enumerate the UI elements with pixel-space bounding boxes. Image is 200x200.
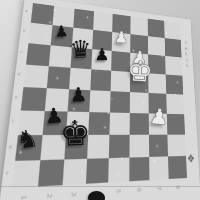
square-h3[interactable]: [63, 159, 88, 185]
square-g7[interactable]: [149, 135, 168, 157]
left-label-c: c: [20, 51, 23, 55]
square-b7[interactable]: [148, 36, 165, 56]
black-pawn-b2[interactable]: ♟: [54, 24, 69, 40]
white-pawn-b5[interactable]: ♟: [114, 30, 128, 46]
square-g6[interactable]: [129, 135, 149, 158]
black-queen-c3[interactable]: ♛: [70, 37, 93, 62]
bottom-label-6: 6: [137, 188, 142, 192]
square-g5[interactable]: [109, 135, 130, 158]
white-king-d6[interactable]: ♚: [127, 57, 154, 87]
square-b1[interactable]: [28, 23, 52, 46]
black-pawn-e3[interactable]: ♟: [69, 85, 87, 105]
square-f5[interactable]: [109, 113, 129, 135]
square-a1[interactable]: [31, 3, 54, 25]
bottom-label-1: 1: [20, 195, 27, 200]
black-king-g3[interactable]: ♚: [59, 116, 92, 152]
square-c2[interactable]: [49, 45, 72, 68]
square-e1[interactable]: [21, 87, 47, 111]
square-g8[interactable]: [167, 135, 186, 157]
square-f8[interactable]: [167, 114, 185, 135]
square-e6[interactable]: [130, 92, 149, 113]
captured-piece-partial: [88, 191, 105, 200]
square-c8[interactable]: [165, 56, 182, 76]
black-knight-g1[interactable]: ♞: [15, 126, 40, 153]
left-label-h: h: [5, 172, 9, 177]
white-pawn-f7[interactable]: ♟: [149, 106, 170, 129]
square-b8[interactable]: [165, 38, 182, 57]
chess-board[interactable]: 12345678 abcdefgh CHESS ❖: [0, 0, 200, 200]
square-f4[interactable]: [88, 112, 110, 135]
square-h2[interactable]: [38, 159, 64, 186]
square-h8[interactable]: [168, 156, 187, 179]
square-a7[interactable]: [148, 19, 165, 38]
square-f6[interactable]: [130, 113, 149, 135]
black-pawn-c4[interactable]: ♟: [94, 47, 109, 64]
left-label-d: d: [17, 73, 20, 77]
square-a8[interactable]: [164, 21, 181, 40]
square-a6[interactable]: [130, 16, 147, 36]
square-h4[interactable]: [86, 158, 109, 184]
left-label-g: g: [9, 145, 12, 150]
photo-scene: 12345678 abcdefgh CHESS ❖ ♟♟♛♟♟♚♟♟♟♚♞: [0, 0, 200, 200]
bottom-label-5: 5: [116, 189, 121, 193]
square-h7[interactable]: [149, 156, 168, 180]
square-a4[interactable]: [93, 11, 113, 32]
square-d8[interactable]: [166, 75, 184, 95]
left-label-f: f: [12, 120, 14, 124]
left-label-a: a: [25, 10, 28, 14]
square-d1[interactable]: [23, 65, 48, 89]
left-label-e: e: [15, 96, 18, 100]
bottom-label-2: 2: [46, 194, 53, 199]
board-grid: [12, 3, 187, 188]
square-h6[interactable]: [129, 157, 149, 181]
table-edge-line: [0, 186, 200, 187]
compass-ornament-icon: ❖: [187, 152, 195, 164]
square-h5[interactable]: [108, 158, 129, 183]
square-e5[interactable]: [110, 91, 130, 113]
square-e4[interactable]: [89, 90, 110, 112]
left-label-b: b: [23, 30, 26, 34]
brand-text: CHESS: [184, 40, 189, 69]
square-a3[interactable]: [73, 9, 94, 30]
bottom-label-7: 7: [156, 186, 161, 190]
square-c1[interactable]: [26, 43, 51, 66]
bottom-label-3: 3: [70, 192, 76, 197]
square-d4[interactable]: [90, 69, 111, 91]
square-h1[interactable]: [12, 160, 40, 188]
square-d2[interactable]: [47, 66, 71, 89]
